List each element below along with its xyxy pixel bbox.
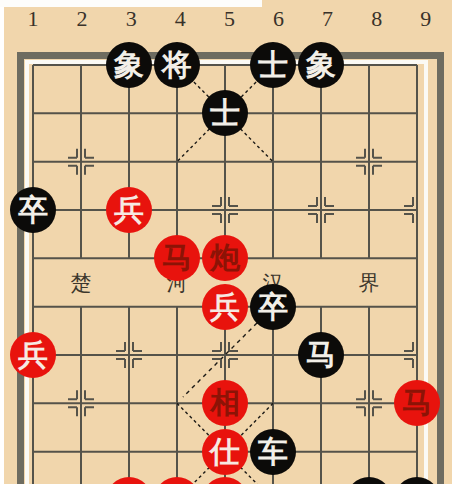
piece-black-c4r1[interactable]: 将 [154, 42, 200, 88]
piece-black-c6r1[interactable]: 士 [250, 42, 296, 88]
piece-black-c7r7[interactable]: 马 [298, 332, 344, 378]
piece-black-c7r1[interactable]: 象 [298, 42, 344, 88]
piece-red-c4r5[interactable]: 马 [154, 235, 200, 281]
piece-red-c1r7[interactable]: 兵 [10, 332, 56, 378]
piece-red-c3r4[interactable]: 兵 [106, 187, 152, 233]
piece-black-c6r9[interactable]: 车 [250, 429, 296, 475]
piece-black-c3r1[interactable]: 象 [106, 42, 152, 88]
xiangqi-app-window: 123456789 楚河汉界 象将士象士卒兵马炮兵卒兵马相马仕车 [0, 0, 452, 484]
piece-red-c5r9[interactable]: 仕 [202, 429, 248, 475]
piece-red-c9r8[interactable]: 马 [394, 380, 440, 426]
piece-red-c5r5[interactable]: 炮 [202, 235, 248, 281]
piece-black-c1r4[interactable]: 卒 [10, 187, 56, 233]
piece-red-c5r6[interactable]: 兵 [202, 284, 248, 330]
piece-black-c6r6[interactable]: 卒 [250, 284, 296, 330]
piece-black-c5r2[interactable]: 士 [202, 90, 248, 136]
river-label-4: 界 [359, 269, 380, 297]
river-label-1: 楚 [71, 269, 92, 297]
piece-red-c5r8[interactable]: 相 [202, 380, 248, 426]
